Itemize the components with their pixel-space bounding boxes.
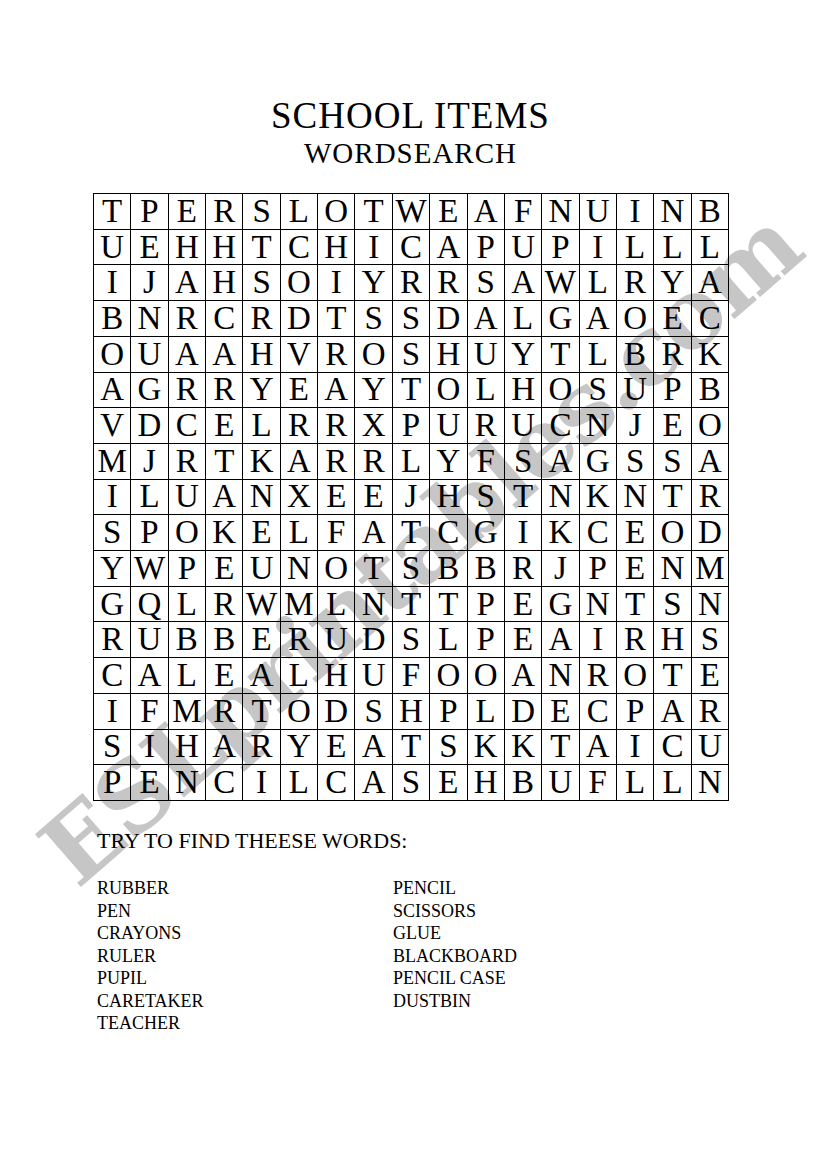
grid-cell-r9c16[interactable]: T <box>654 480 691 516</box>
grid-cell-r4c1[interactable]: B <box>94 301 131 337</box>
grid-cell-r4c13[interactable]: G <box>542 301 579 337</box>
grid-cell-r6c6[interactable]: E <box>281 373 318 409</box>
grid-cell-r15c14[interactable]: C <box>580 694 617 730</box>
grid-cell-r8c14[interactable]: G <box>580 444 617 480</box>
grid-cell-r15c16[interactable]: A <box>654 694 691 730</box>
grid-cell-r4c14[interactable]: A <box>580 301 617 337</box>
grid-cell-r6c3[interactable]: R <box>169 373 206 409</box>
grid-cell-r1c16[interactable]: N <box>654 194 691 230</box>
word-list-left: RUBBERPENCRAYONSRULERPUPILCARETAKERTEACH… <box>97 877 204 1035</box>
grid-cell-r13c13[interactable]: A <box>542 622 579 658</box>
grid-cell-r13c12[interactable]: E <box>505 622 542 658</box>
grid-cell-r12c3[interactable]: L <box>169 587 206 623</box>
grid-cell-r17c1[interactable]: P <box>94 765 131 801</box>
grid-cell-r7c7[interactable]: R <box>318 408 355 444</box>
grid-cell-r1c4[interactable]: R <box>206 194 243 230</box>
grid-cell-r9c4[interactable]: A <box>206 480 243 516</box>
grid-cell-r14c13[interactable]: N <box>542 658 579 694</box>
grid-cell-r17c5[interactable]: I <box>243 765 280 801</box>
grid-cell-r6c8[interactable]: Y <box>355 373 392 409</box>
grid-cell-r5c12[interactable]: Y <box>505 337 542 373</box>
grid-cell-r15c11[interactable]: L <box>468 694 505 730</box>
grid-cell-r12c9[interactable]: T <box>393 587 430 623</box>
grid-cell-r7c16[interactable]: E <box>654 408 691 444</box>
grid-cell-r7c13[interactable]: C <box>542 408 579 444</box>
grid-cell-r12c1[interactable]: G <box>94 587 131 623</box>
grid-cell-r15c10[interactable]: P <box>430 694 467 730</box>
grid-cell-r14c11[interactable]: O <box>468 658 505 694</box>
grid-cell-r13c1[interactable]: R <box>94 622 131 658</box>
grid-cell-r5c1[interactable]: O <box>94 337 131 373</box>
grid-cell-r6c1[interactable]: A <box>94 373 131 409</box>
grid-cell-r13c9[interactable]: S <box>393 622 430 658</box>
grid-cell-r5c5[interactable]: H <box>243 337 280 373</box>
grid-cell-r6c9[interactable]: T <box>393 373 430 409</box>
grid-cell-r6c12[interactable]: H <box>505 373 542 409</box>
grid-cell-r16c13[interactable]: T <box>542 730 579 766</box>
grid-cell-r2c16[interactable]: L <box>654 230 691 266</box>
grid-cell-r17c15[interactable]: L <box>617 765 654 801</box>
grid-cell-r11c13[interactable]: J <box>542 551 579 587</box>
grid-cell-r17c11[interactable]: H <box>468 765 505 801</box>
grid-cell-r9c13[interactable]: N <box>542 480 579 516</box>
grid-cell-r10c1[interactable]: S <box>94 515 131 551</box>
grid-cell-r11c6[interactable]: N <box>281 551 318 587</box>
grid-cell-r11c10[interactable]: B <box>430 551 467 587</box>
grid-cell-r12c5[interactable]: W <box>243 587 280 623</box>
grid-cell-r8c7[interactable]: R <box>318 444 355 480</box>
grid-cell-r7c9[interactable]: P <box>393 408 430 444</box>
grid-cell-r10c15[interactable]: E <box>617 515 654 551</box>
grid-cell-r9c6[interactable]: X <box>281 480 318 516</box>
grid-cell-r1c8[interactable]: T <box>355 194 392 230</box>
grid-cell-r7c17[interactable]: O <box>692 408 729 444</box>
grid-cell-r4c10[interactable]: D <box>430 301 467 337</box>
grid-cell-r17c17[interactable]: N <box>692 765 729 801</box>
grid-cell-r16c2[interactable]: I <box>131 730 168 766</box>
grid-cell-r4c11[interactable]: A <box>468 301 505 337</box>
grid-cell-r3c15[interactable]: R <box>617 265 654 301</box>
grid-cell-r8c3[interactable]: R <box>169 444 206 480</box>
grid-cell-r11c2[interactable]: W <box>131 551 168 587</box>
grid-cell-r3c1[interactable]: I <box>94 265 131 301</box>
grid-cell-r6c7[interactable]: A <box>318 373 355 409</box>
grid-cell-r5c10[interactable]: H <box>430 337 467 373</box>
grid-cell-r8c17[interactable]: A <box>692 444 729 480</box>
grid-cell-r14c16[interactable]: T <box>654 658 691 694</box>
grid-cell-r17c2[interactable]: E <box>131 765 168 801</box>
grid-cell-r3c3[interactable]: A <box>169 265 206 301</box>
grid-cell-r1c11[interactable]: A <box>468 194 505 230</box>
grid-cell-r16c7[interactable]: E <box>318 730 355 766</box>
grid-cell-r5c13[interactable]: T <box>542 337 579 373</box>
grid-cell-r1c17[interactable]: B <box>692 194 729 230</box>
grid-cell-r1c15[interactable]: I <box>617 194 654 230</box>
grid-cell-r14c9[interactable]: F <box>393 658 430 694</box>
grid-cell-r8c10[interactable]: Y <box>430 444 467 480</box>
grid-cell-r1c13[interactable]: N <box>542 194 579 230</box>
grid-cell-r15c8[interactable]: S <box>355 694 392 730</box>
grid-cell-r10c12[interactable]: I <box>505 515 542 551</box>
grid-cell-r17c10[interactable]: E <box>430 765 467 801</box>
grid-cell-r3c5[interactable]: S <box>243 265 280 301</box>
grid-cell-r10c13[interactable]: K <box>542 515 579 551</box>
word-list-item: DUSTBIN <box>393 990 517 1013</box>
grid-cell-r17c14[interactable]: F <box>580 765 617 801</box>
grid-cell-r6c13[interactable]: O <box>542 373 579 409</box>
grid-cell-r5c17[interactable]: K <box>692 337 729 373</box>
grid-cell-r16c10[interactable]: S <box>430 730 467 766</box>
grid-cell-r12c10[interactable]: T <box>430 587 467 623</box>
word-list-item: CRAYONS <box>97 922 204 945</box>
grid-cell-r2c6[interactable]: C <box>281 230 318 266</box>
grid-cell-r6c14[interactable]: S <box>580 373 617 409</box>
grid-cell-r3c2[interactable]: J <box>131 265 168 301</box>
grid-cell-r1c9[interactable]: W <box>393 194 430 230</box>
grid-cell-r1c1[interactable]: T <box>94 194 131 230</box>
grid-cell-r13c4[interactable]: B <box>206 622 243 658</box>
grid-cell-r12c6[interactable]: M <box>281 587 318 623</box>
grid-cell-r12c14[interactable]: N <box>580 587 617 623</box>
grid-cell-r15c7[interactable]: D <box>318 694 355 730</box>
grid-cell-r6c15[interactable]: U <box>617 373 654 409</box>
grid-cell-r3c9[interactable]: R <box>393 265 430 301</box>
grid-cell-r9c17[interactable]: R <box>692 480 729 516</box>
grid-cell-r6c5[interactable]: Y <box>243 373 280 409</box>
grid-cell-r14c7[interactable]: H <box>318 658 355 694</box>
grid-cell-r5c16[interactable]: R <box>654 337 691 373</box>
grid-cell-r7c15[interactable]: J <box>617 408 654 444</box>
grid-cell-r2c17[interactable]: L <box>692 230 729 266</box>
grid-cell-r8c4[interactable]: T <box>206 444 243 480</box>
grid-cell-r16c14[interactable]: A <box>580 730 617 766</box>
grid-cell-r10c8[interactable]: A <box>355 515 392 551</box>
grid-cell-r2c1[interactable]: U <box>94 230 131 266</box>
grid-cell-r7c10[interactable]: U <box>430 408 467 444</box>
grid-cell-r12c13[interactable]: G <box>542 587 579 623</box>
word-list-item: PEN <box>97 900 204 923</box>
grid-cell-r4c12[interactable]: L <box>505 301 542 337</box>
grid-cell-r11c9[interactable]: S <box>393 551 430 587</box>
grid-cell-r8c2[interactable]: J <box>131 444 168 480</box>
grid-cell-r10c16[interactable]: O <box>654 515 691 551</box>
wordsearch-grid: TPERSLOTWEAFNUINBUEHHTCHICAPUPILLLIJAHSO… <box>93 193 729 801</box>
grid-cell-r4c4[interactable]: C <box>206 301 243 337</box>
grid-cell-r13c3[interactable]: B <box>169 622 206 658</box>
grid-cell-r2c11[interactable]: P <box>468 230 505 266</box>
page-subtitle: WORDSEARCH <box>0 137 821 170</box>
grid-cell-r15c15[interactable]: P <box>617 694 654 730</box>
grid-cell-r8c11[interactable]: F <box>468 444 505 480</box>
grid-cell-r8c15[interactable]: S <box>617 444 654 480</box>
grid-cell-r2c13[interactable]: P <box>542 230 579 266</box>
grid-cell-r2c5[interactable]: T <box>243 230 280 266</box>
grid-cell-r16c1[interactable]: S <box>94 730 131 766</box>
grid-cell-r13c14[interactable]: I <box>580 622 617 658</box>
grid-cell-r9c5[interactable]: N <box>243 480 280 516</box>
grid-cell-r14c10[interactable]: O <box>430 658 467 694</box>
grid-cell-r16c15[interactable]: I <box>617 730 654 766</box>
grid-cell-r16c11[interactable]: K <box>468 730 505 766</box>
grid-cell-r2c4[interactable]: H <box>206 230 243 266</box>
grid-cell-r8c1[interactable]: M <box>94 444 131 480</box>
word-list-item: RULER <box>97 945 204 968</box>
grid-cell-r13c2[interactable]: U <box>131 622 168 658</box>
grid-cell-r11c4[interactable]: E <box>206 551 243 587</box>
grid-cell-r7c5[interactable]: L <box>243 408 280 444</box>
grid-cell-r16c3[interactable]: H <box>169 730 206 766</box>
grid-cell-r5c3[interactable]: A <box>169 337 206 373</box>
grid-cell-r3c14[interactable]: L <box>580 265 617 301</box>
grid-cell-r12c15[interactable]: T <box>617 587 654 623</box>
grid-cell-r16c6[interactable]: Y <box>281 730 318 766</box>
grid-cell-r15c3[interactable]: M <box>169 694 206 730</box>
grid-cell-r14c4[interactable]: E <box>206 658 243 694</box>
grid-cell-r4c17[interactable]: C <box>692 301 729 337</box>
grid-cell-r16c16[interactable]: C <box>654 730 691 766</box>
grid-cell-r17c7[interactable]: C <box>318 765 355 801</box>
word-list-item: BLACKBOARD <box>393 945 517 968</box>
grid-cell-r9c2[interactable]: L <box>131 480 168 516</box>
grid-cell-r10c17[interactable]: D <box>692 515 729 551</box>
grid-cell-r15c4[interactable]: R <box>206 694 243 730</box>
grid-cell-r6c10[interactable]: O <box>430 373 467 409</box>
grid-cell-r11c16[interactable]: N <box>654 551 691 587</box>
grid-cell-r15c1[interactable]: I <box>94 694 131 730</box>
grid-cell-r13c16[interactable]: H <box>654 622 691 658</box>
grid-cell-r8c12[interactable]: S <box>505 444 542 480</box>
grid-cell-r16c4[interactable]: A <box>206 730 243 766</box>
grid-cell-r10c11[interactable]: G <box>468 515 505 551</box>
grid-cell-r2c12[interactable]: U <box>505 230 542 266</box>
grid-cell-r4c2[interactable]: N <box>131 301 168 337</box>
grid-cell-r13c8[interactable]: D <box>355 622 392 658</box>
grid-cell-r12c11[interactable]: P <box>468 587 505 623</box>
grid-cell-r10c9[interactable]: T <box>393 515 430 551</box>
grid-cell-r11c17[interactable]: M <box>692 551 729 587</box>
grid-cell-r11c12[interactable]: R <box>505 551 542 587</box>
grid-cell-r6c2[interactable]: G <box>131 373 168 409</box>
grid-cell-r9c11[interactable]: S <box>468 480 505 516</box>
grid-cell-r4c6[interactable]: D <box>281 301 318 337</box>
grid-cell-r6c11[interactable]: L <box>468 373 505 409</box>
grid-cell-r17c13[interactable]: U <box>542 765 579 801</box>
grid-cell-r12c8[interactable]: N <box>355 587 392 623</box>
grid-cell-r7c2[interactable]: D <box>131 408 168 444</box>
grid-cell-r17c8[interactable]: A <box>355 765 392 801</box>
grid-cell-r10c3[interactable]: O <box>169 515 206 551</box>
grid-cell-r17c12[interactable]: B <box>505 765 542 801</box>
grid-cell-r14c6[interactable]: L <box>281 658 318 694</box>
grid-cell-r1c6[interactable]: L <box>281 194 318 230</box>
grid-cell-r3c7[interactable]: I <box>318 265 355 301</box>
grid-cell-r11c11[interactable]: B <box>468 551 505 587</box>
grid-cell-r10c2[interactable]: P <box>131 515 168 551</box>
grid-cell-r9c10[interactable]: H <box>430 480 467 516</box>
grid-cell-r13c15[interactable]: R <box>617 622 654 658</box>
grid-cell-r5c2[interactable]: U <box>131 337 168 373</box>
grid-cell-r2c9[interactable]: C <box>393 230 430 266</box>
grid-cell-r3c10[interactable]: R <box>430 265 467 301</box>
grid-cell-r5c7[interactable]: R <box>318 337 355 373</box>
grid-cell-r16c17[interactable]: U <box>692 730 729 766</box>
grid-cell-r5c14[interactable]: L <box>580 337 617 373</box>
grid-cell-r1c14[interactable]: U <box>580 194 617 230</box>
grid-cell-r7c8[interactable]: X <box>355 408 392 444</box>
grid-cell-r12c4[interactable]: R <box>206 587 243 623</box>
grid-cell-r12c7[interactable]: L <box>318 587 355 623</box>
grid-cell-r3c16[interactable]: Y <box>654 265 691 301</box>
grid-cell-r15c17[interactable]: R <box>692 694 729 730</box>
grid-cell-r7c1[interactable]: V <box>94 408 131 444</box>
grid-cell-r16c9[interactable]: T <box>393 730 430 766</box>
grid-cell-r15c6[interactable]: O <box>281 694 318 730</box>
grid-cell-r4c3[interactable]: R <box>169 301 206 337</box>
grid-cell-r9c3[interactable]: U <box>169 480 206 516</box>
grid-cell-r7c14[interactable]: N <box>580 408 617 444</box>
grid-cell-r2c2[interactable]: E <box>131 230 168 266</box>
grid-cell-r15c5[interactable]: T <box>243 694 280 730</box>
grid-cell-r15c13[interactable]: E <box>542 694 579 730</box>
grid-cell-r2c15[interactable]: L <box>617 230 654 266</box>
grid-cell-r8c8[interactable]: R <box>355 444 392 480</box>
grid-cell-r13c17[interactable]: S <box>692 622 729 658</box>
grid-cell-r11c5[interactable]: U <box>243 551 280 587</box>
grid-cell-r11c15[interactable]: E <box>617 551 654 587</box>
grid-cell-r7c12[interactable]: U <box>505 408 542 444</box>
grid-cell-r14c12[interactable]: A <box>505 658 542 694</box>
grid-cell-r1c2[interactable]: P <box>131 194 168 230</box>
grid-cell-r4c8[interactable]: S <box>355 301 392 337</box>
grid-cell-r17c3[interactable]: N <box>169 765 206 801</box>
grid-cell-r7c6[interactable]: R <box>281 408 318 444</box>
grid-cell-r1c3[interactable]: E <box>169 194 206 230</box>
grid-cell-r1c12[interactable]: F <box>505 194 542 230</box>
grid-cell-r14c5[interactable]: A <box>243 658 280 694</box>
grid-cell-r5c6[interactable]: V <box>281 337 318 373</box>
grid-cell-r9c8[interactable]: E <box>355 480 392 516</box>
grid-cell-r7c11[interactable]: R <box>468 408 505 444</box>
grid-cell-r17c6[interactable]: L <box>281 765 318 801</box>
grid-cell-r12c17[interactable]: N <box>692 587 729 623</box>
grid-cell-r2c8[interactable]: I <box>355 230 392 266</box>
grid-cell-r6c17[interactable]: B <box>692 373 729 409</box>
grid-cell-r16c8[interactable]: A <box>355 730 392 766</box>
grid-cell-r14c15[interactable]: O <box>617 658 654 694</box>
grid-cell-r8c13[interactable]: A <box>542 444 579 480</box>
grid-cell-r3c13[interactable]: W <box>542 265 579 301</box>
grid-cell-r7c4[interactable]: E <box>206 408 243 444</box>
grid-cell-r8c5[interactable]: K <box>243 444 280 480</box>
grid-cell-r12c2[interactable]: Q <box>131 587 168 623</box>
grid-cell-r17c9[interactable]: S <box>393 765 430 801</box>
grid-cell-r5c9[interactable]: S <box>393 337 430 373</box>
grid-cell-r13c10[interactable]: L <box>430 622 467 658</box>
grid-cell-r4c16[interactable]: E <box>654 301 691 337</box>
grid-cell-r2c7[interactable]: H <box>318 230 355 266</box>
grid-cell-r1c7[interactable]: O <box>318 194 355 230</box>
grid-cell-r6c4[interactable]: R <box>206 373 243 409</box>
grid-cell-r9c14[interactable]: K <box>580 480 617 516</box>
grid-cell-r2c3[interactable]: H <box>169 230 206 266</box>
grid-cell-r10c7[interactable]: F <box>318 515 355 551</box>
grid-cell-r3c17[interactable]: A <box>692 265 729 301</box>
grid-cell-r13c5[interactable]: E <box>243 622 280 658</box>
grid-cell-r17c4[interactable]: C <box>206 765 243 801</box>
grid-cell-r10c10[interactable]: C <box>430 515 467 551</box>
grid-cell-r16c5[interactable]: R <box>243 730 280 766</box>
grid-cell-r10c4[interactable]: K <box>206 515 243 551</box>
grid-cell-r14c3[interactable]: L <box>169 658 206 694</box>
grid-cell-r14c8[interactable]: U <box>355 658 392 694</box>
grid-cell-r2c10[interactable]: A <box>430 230 467 266</box>
grid-cell-r11c14[interactable]: P <box>580 551 617 587</box>
grid-cell-r10c5[interactable]: E <box>243 515 280 551</box>
grid-cell-r5c4[interactable]: A <box>206 337 243 373</box>
grid-cell-r3c6[interactable]: O <box>281 265 318 301</box>
grid-cell-r1c10[interactable]: E <box>430 194 467 230</box>
grid-cell-r15c12[interactable]: D <box>505 694 542 730</box>
grid-cell-r5c15[interactable]: B <box>617 337 654 373</box>
word-list-item: SCISSORS <box>393 900 517 923</box>
grid-cell-r9c1[interactable]: I <box>94 480 131 516</box>
grid-cell-r14c1[interactable]: C <box>94 658 131 694</box>
grid-cell-r10c6[interactable]: L <box>281 515 318 551</box>
grid-cell-r3c12[interactable]: A <box>505 265 542 301</box>
grid-cell-r14c2[interactable]: A <box>131 658 168 694</box>
grid-cell-r13c6[interactable]: R <box>281 622 318 658</box>
grid-cell-r12c16[interactable]: S <box>654 587 691 623</box>
grid-cell-r9c7[interactable]: E <box>318 480 355 516</box>
grid-cell-r9c15[interactable]: N <box>617 480 654 516</box>
instruction-text: TRY TO FIND THEESE WORDS: <box>97 828 407 854</box>
grid-cell-r13c7[interactable]: U <box>318 622 355 658</box>
grid-cell-r4c7[interactable]: T <box>318 301 355 337</box>
grid-cell-r14c14[interactable]: R <box>580 658 617 694</box>
grid-cell-r17c16[interactable]: L <box>654 765 691 801</box>
grid-cell-r10c14[interactable]: C <box>580 515 617 551</box>
grid-cell-r15c2[interactable]: F <box>131 694 168 730</box>
word-list-item: PUPIL <box>97 967 204 990</box>
grid-cell-r2c14[interactable]: I <box>580 230 617 266</box>
grid-cell-r16c12[interactable]: K <box>505 730 542 766</box>
grid-cell-r4c9[interactable]: S <box>393 301 430 337</box>
grid-cell-r1c5[interactable]: S <box>243 194 280 230</box>
grid-cell-r11c1[interactable]: Y <box>94 551 131 587</box>
grid-cell-r13c11[interactable]: P <box>468 622 505 658</box>
grid-cell-r8c9[interactable]: L <box>393 444 430 480</box>
grid-cell-r11c8[interactable]: T <box>355 551 392 587</box>
grid-cell-r11c7[interactable]: O <box>318 551 355 587</box>
grid-cell-r3c11[interactable]: S <box>468 265 505 301</box>
grid-cell-r3c8[interactable]: Y <box>355 265 392 301</box>
grid-cell-r4c15[interactable]: O <box>617 301 654 337</box>
grid-cell-r14c17[interactable]: E <box>692 658 729 694</box>
grid-cell-r9c9[interactable]: J <box>393 480 430 516</box>
grid-cell-r3c4[interactable]: H <box>206 265 243 301</box>
grid-cell-r6c16[interactable]: P <box>654 373 691 409</box>
grid-cell-r5c8[interactable]: O <box>355 337 392 373</box>
grid-cell-r11c3[interactable]: P <box>169 551 206 587</box>
grid-cell-r7c3[interactable]: C <box>169 408 206 444</box>
grid-cell-r8c6[interactable]: A <box>281 444 318 480</box>
grid-cell-r4c5[interactable]: R <box>243 301 280 337</box>
grid-cell-r5c11[interactable]: U <box>468 337 505 373</box>
grid-cell-r12c12[interactable]: E <box>505 587 542 623</box>
grid-cell-r9c12[interactable]: T <box>505 480 542 516</box>
grid-cell-r8c16[interactable]: S <box>654 444 691 480</box>
grid-cell-r15c9[interactable]: H <box>393 694 430 730</box>
